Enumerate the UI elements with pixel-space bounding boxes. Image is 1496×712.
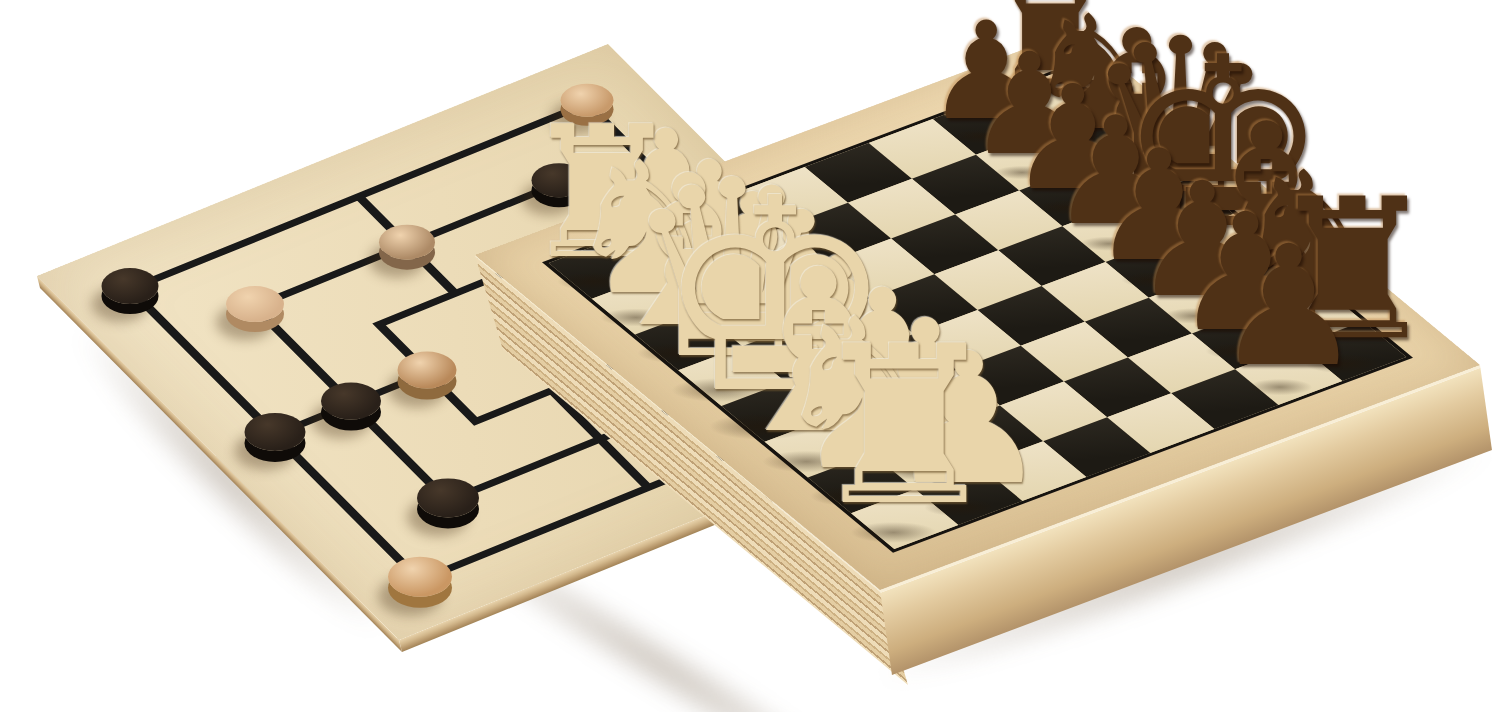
product-photo-scene: ♜♞♝♛♚♝♞♜♟♟♟♟♟♟♟♟♟♟♟♟♟♟♟♟♜♞♝♛♚♝♞♜ bbox=[0, 0, 1496, 712]
morris-disc-dark-a4[interactable] bbox=[245, 412, 306, 450]
morris-disc-dark-a7[interactable] bbox=[102, 268, 159, 304]
chess-piece-black-pawn-h7[interactable]: ♟ bbox=[1214, 224, 1363, 390]
piece-glyph: ♟ bbox=[1214, 224, 1363, 390]
chess-piece-white-rook-h1[interactable]: ♜ bbox=[807, 317, 1003, 536]
piece-glyph: ♜ bbox=[807, 317, 1003, 536]
morris-disc-light-a1[interactable] bbox=[388, 557, 452, 597]
morris-disc-light-b6[interactable] bbox=[226, 286, 284, 322]
morris-disc-light-c4[interactable] bbox=[398, 351, 457, 388]
morris-disc-light-d6[interactable] bbox=[379, 224, 435, 259]
morris-disc-dark-b2[interactable] bbox=[417, 478, 479, 517]
morris-disc-dark-b4[interactable] bbox=[321, 382, 381, 419]
